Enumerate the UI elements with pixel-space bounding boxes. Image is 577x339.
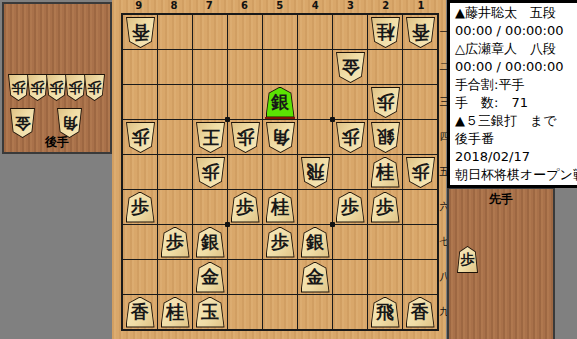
square-65[interactable] bbox=[228, 155, 262, 189]
file-label-3: 3 bbox=[333, 0, 368, 12]
star-point bbox=[330, 117, 335, 122]
board-grid-wrap: 香桂香金銀歩歩王歩角歩銀歩飛桂歩歩歩桂歩歩歩銀歩銀金金香桂玉飛香 bbox=[121, 13, 439, 331]
piece-face: 歩 bbox=[197, 158, 224, 187]
square-64[interactable]: 歩 bbox=[228, 120, 262, 154]
piece-桂-sente[interactable]: 桂 bbox=[161, 297, 190, 328]
piece-銀-sente-lastmove[interactable]: 銀 bbox=[266, 87, 295, 118]
square-66[interactable]: 歩 bbox=[228, 190, 262, 224]
square-17[interactable] bbox=[403, 225, 437, 259]
square-99[interactable]: 香 bbox=[123, 295, 157, 329]
piece-face: 歩 bbox=[28, 75, 47, 100]
piece-歩-gote[interactable]: 歩 bbox=[8, 74, 29, 101]
piece-金-gote[interactable]: 金 bbox=[336, 52, 365, 83]
square-96[interactable]: 歩 bbox=[123, 190, 157, 224]
square-37[interactable] bbox=[333, 225, 367, 259]
piece-face: 歩 bbox=[232, 193, 259, 222]
piece-face: 桂 bbox=[267, 193, 294, 222]
move-count: 手 数: 71 bbox=[455, 94, 577, 112]
square-46[interactable] bbox=[298, 190, 332, 224]
piece-王-gote[interactable]: 王 bbox=[196, 122, 225, 153]
square-56[interactable]: 桂 bbox=[263, 190, 297, 224]
square-45[interactable]: 飛 bbox=[298, 155, 332, 189]
square-11[interactable]: 香 bbox=[403, 15, 437, 49]
square-25[interactable]: 桂 bbox=[368, 155, 402, 189]
square-42[interactable] bbox=[298, 50, 332, 84]
file-label-4: 4 bbox=[297, 0, 332, 12]
square-13[interactable] bbox=[403, 85, 437, 119]
square-26[interactable]: 歩 bbox=[368, 190, 402, 224]
piece-飛-gote[interactable]: 飛 bbox=[301, 157, 330, 188]
square-95[interactable] bbox=[123, 155, 157, 189]
square-93[interactable] bbox=[123, 85, 157, 119]
square-82[interactable] bbox=[158, 50, 192, 84]
game-date: 2018/02/17 bbox=[455, 148, 577, 166]
piece-face: 銀 bbox=[197, 228, 224, 257]
square-33[interactable] bbox=[333, 85, 367, 119]
square-92[interactable] bbox=[123, 50, 157, 84]
piece-face: 歩 bbox=[372, 193, 399, 222]
last-move-text: ▲５三銀打 まで bbox=[455, 112, 577, 130]
piece-face: 歩 bbox=[267, 228, 294, 257]
piece-桂-gote[interactable]: 桂 bbox=[371, 17, 400, 48]
file-label-2: 2 bbox=[368, 0, 403, 12]
piece-face: 歩 bbox=[337, 123, 364, 152]
piece-face: 歩 bbox=[47, 75, 66, 100]
square-19[interactable]: 香 bbox=[403, 295, 437, 329]
square-43[interactable] bbox=[298, 85, 332, 119]
piece-歩-gote[interactable]: 歩 bbox=[231, 122, 260, 153]
square-47[interactable]: 銀 bbox=[298, 225, 332, 259]
piece-歩-sente[interactable]: 歩 bbox=[266, 227, 295, 258]
shogi-board: 987654321 香桂香金銀歩歩王歩角歩銀歩飛桂歩歩歩桂歩歩歩銀歩銀金金香桂玉… bbox=[112, 0, 446, 339]
square-14[interactable] bbox=[403, 120, 437, 154]
piece-歩-sente[interactable]: 歩 bbox=[231, 192, 260, 223]
square-44[interactable] bbox=[298, 120, 332, 154]
square-34[interactable]: 歩 bbox=[333, 120, 367, 154]
piece-香-sente[interactable]: 香 bbox=[126, 297, 155, 328]
piece-face: 角 bbox=[267, 123, 294, 152]
piece-face: 歩 bbox=[127, 193, 154, 222]
piece-桂-sente[interactable]: 桂 bbox=[266, 192, 295, 223]
square-76[interactable] bbox=[193, 190, 227, 224]
file-label-9: 9 bbox=[121, 0, 156, 12]
square-72[interactable] bbox=[193, 50, 227, 84]
piece-face: 桂 bbox=[162, 298, 189, 327]
side-to-move: 後手番 bbox=[455, 130, 577, 148]
square-15[interactable]: 歩 bbox=[403, 155, 437, 189]
event-name: 朝日杯将棋オープン戦 bbox=[455, 166, 577, 184]
gote-clock: 00:00 / 00:00:00 bbox=[455, 58, 577, 76]
piece-face: 香 bbox=[127, 298, 154, 327]
piece-face: 桂 bbox=[372, 18, 399, 47]
piece-玉-sente[interactable]: 玉 bbox=[196, 297, 225, 328]
square-12[interactable] bbox=[403, 50, 437, 84]
piece-香-sente[interactable]: 香 bbox=[406, 297, 435, 328]
piece-face: 歩 bbox=[407, 158, 434, 187]
piece-face: 歩 bbox=[162, 228, 189, 257]
square-81[interactable] bbox=[158, 15, 192, 49]
piece-歩-gote[interactable]: 歩 bbox=[65, 74, 86, 101]
square-21[interactable]: 桂 bbox=[368, 15, 402, 49]
square-87[interactable]: 歩 bbox=[158, 225, 192, 259]
piece-face: 歩 bbox=[127, 123, 154, 152]
square-49[interactable] bbox=[298, 295, 332, 329]
piece-face: 桂 bbox=[372, 158, 399, 187]
file-label-5: 5 bbox=[262, 0, 297, 12]
square-52[interactable] bbox=[263, 50, 297, 84]
piece-face: 金 bbox=[11, 109, 34, 137]
square-53[interactable]: 銀 bbox=[263, 85, 297, 119]
piece-金-sente[interactable]: 金 bbox=[196, 262, 225, 293]
shogi-app: { "game": "shogi", "title": "朝日杯将棋オープン戦 … bbox=[0, 0, 577, 339]
piece-金-sente[interactable]: 金 bbox=[301, 262, 330, 293]
piece-face: 王 bbox=[197, 123, 224, 152]
piece-face: 銀 bbox=[372, 123, 399, 152]
square-32[interactable]: 金 bbox=[333, 50, 367, 84]
square-31[interactable] bbox=[333, 15, 367, 49]
piece-歩-gote[interactable]: 歩 bbox=[336, 122, 365, 153]
piece-face: 歩 bbox=[372, 88, 399, 117]
piece-歩-gote[interactable]: 歩 bbox=[126, 122, 155, 153]
piece-銀-sente[interactable]: 銀 bbox=[301, 227, 330, 258]
square-28[interactable] bbox=[368, 260, 402, 294]
square-83[interactable] bbox=[158, 85, 192, 119]
piece-飛-sente[interactable]: 飛 bbox=[371, 297, 400, 328]
square-68[interactable] bbox=[228, 260, 262, 294]
piece-face: 歩 bbox=[458, 247, 477, 272]
piece-香-gote[interactable]: 香 bbox=[126, 17, 155, 48]
sente-player-name: ▲藤井聡太 五段 bbox=[455, 4, 577, 22]
square-98[interactable] bbox=[123, 260, 157, 294]
sente-tray-label: 先手 bbox=[449, 191, 553, 208]
piece-face: 歩 bbox=[9, 75, 28, 100]
square-85[interactable] bbox=[158, 155, 192, 189]
sente-hand-tray: 先手 歩 bbox=[447, 187, 555, 339]
square-39[interactable] bbox=[333, 295, 367, 329]
piece-歩-sente[interactable]: 歩 bbox=[457, 246, 478, 273]
square-23[interactable]: 歩 bbox=[368, 85, 402, 119]
file-label-7: 7 bbox=[192, 0, 227, 12]
square-61[interactable] bbox=[228, 15, 262, 49]
star-point bbox=[330, 222, 335, 227]
piece-face: 金 bbox=[197, 263, 224, 292]
piece-face: 玉 bbox=[197, 298, 224, 327]
square-27[interactable] bbox=[368, 225, 402, 259]
square-24[interactable]: 銀 bbox=[368, 120, 402, 154]
piece-歩-sente[interactable]: 歩 bbox=[126, 192, 155, 223]
piece-face: 香 bbox=[127, 18, 154, 47]
square-62[interactable] bbox=[228, 50, 262, 84]
piece-角-gote[interactable]: 角 bbox=[266, 122, 295, 153]
piece-歩-sente[interactable]: 歩 bbox=[371, 192, 400, 223]
gote-hand-tray: 歩歩歩歩歩金角 後手 bbox=[2, 2, 112, 154]
star-point bbox=[225, 222, 230, 227]
square-78[interactable]: 金 bbox=[193, 260, 227, 294]
square-29[interactable]: 飛 bbox=[368, 295, 402, 329]
square-94[interactable]: 歩 bbox=[123, 120, 157, 154]
square-41[interactable] bbox=[298, 15, 332, 49]
piece-face: 歩 bbox=[85, 75, 104, 100]
piece-face: 金 bbox=[337, 53, 364, 82]
piece-face: 銀 bbox=[302, 228, 329, 257]
square-75[interactable]: 歩 bbox=[193, 155, 227, 189]
piece-桂-sente[interactable]: 桂 bbox=[371, 157, 400, 188]
square-67[interactable] bbox=[228, 225, 262, 259]
square-74[interactable]: 王 bbox=[193, 120, 227, 154]
board-grid: 香桂香金銀歩歩王歩角歩銀歩飛桂歩歩歩桂歩歩歩銀歩銀金金香桂玉飛香 bbox=[121, 13, 439, 331]
piece-歩-gote[interactable]: 歩 bbox=[46, 74, 67, 101]
piece-歩-gote[interactable]: 歩 bbox=[406, 157, 435, 188]
square-18[interactable] bbox=[403, 260, 437, 294]
square-22[interactable] bbox=[368, 50, 402, 84]
last-move-marker bbox=[265, 117, 295, 119]
square-59[interactable] bbox=[263, 295, 297, 329]
square-88[interactable] bbox=[158, 260, 192, 294]
square-73[interactable] bbox=[193, 85, 227, 119]
square-89[interactable]: 桂 bbox=[158, 295, 192, 329]
file-label-1: 1 bbox=[403, 0, 438, 12]
handicap-info: 手合割:平手 bbox=[455, 76, 577, 94]
square-84[interactable] bbox=[158, 120, 192, 154]
gote-player-name: △広瀬章人 八段 bbox=[455, 40, 577, 58]
piece-face: 角 bbox=[58, 109, 81, 137]
piece-歩-sente[interactable]: 歩 bbox=[336, 192, 365, 223]
square-54[interactable]: 角 bbox=[263, 120, 297, 154]
square-38[interactable] bbox=[333, 260, 367, 294]
piece-歩-gote[interactable]: 歩 bbox=[84, 74, 105, 101]
square-36[interactable]: 歩 bbox=[333, 190, 367, 224]
piece-face: 歩 bbox=[337, 193, 364, 222]
piece-face: 歩 bbox=[232, 123, 259, 152]
piece-香-gote[interactable]: 香 bbox=[406, 17, 435, 48]
piece-銀-sente[interactable]: 銀 bbox=[196, 227, 225, 258]
sente-clock: 00:00 / 00:00:00 bbox=[455, 22, 577, 40]
piece-歩-gote[interactable]: 歩 bbox=[27, 74, 48, 101]
square-35[interactable] bbox=[333, 155, 367, 189]
square-69[interactable] bbox=[228, 295, 262, 329]
game-info-panel: ▲藤井聡太 五段 00:00 / 00:00:00 △広瀬章人 八段 00:00… bbox=[447, 0, 577, 188]
star-point bbox=[225, 117, 230, 122]
square-63[interactable] bbox=[228, 85, 262, 119]
file-label-8: 8 bbox=[156, 0, 191, 12]
piece-歩-gote[interactable]: 歩 bbox=[196, 157, 225, 188]
square-79[interactable]: 玉 bbox=[193, 295, 227, 329]
square-51[interactable] bbox=[263, 15, 297, 49]
piece-face: 金 bbox=[302, 263, 329, 292]
square-97[interactable] bbox=[123, 225, 157, 259]
gote-tray-label: 後手 bbox=[4, 134, 110, 151]
square-77[interactable]: 銀 bbox=[193, 225, 227, 259]
piece-face: 歩 bbox=[66, 75, 85, 100]
piece-face: 飛 bbox=[372, 298, 399, 327]
piece-face: 銀 bbox=[267, 88, 294, 117]
square-57[interactable]: 歩 bbox=[263, 225, 297, 259]
square-91[interactable]: 香 bbox=[123, 15, 157, 49]
square-86[interactable] bbox=[158, 190, 192, 224]
piece-歩-gote[interactable]: 歩 bbox=[371, 87, 400, 118]
square-48[interactable]: 金 bbox=[298, 260, 332, 294]
file-label-6: 6 bbox=[227, 0, 262, 12]
square-16[interactable] bbox=[403, 190, 437, 224]
piece-face: 飛 bbox=[302, 158, 329, 187]
square-58[interactable] bbox=[263, 260, 297, 294]
square-71[interactable] bbox=[193, 15, 227, 49]
piece-歩-sente[interactable]: 歩 bbox=[161, 227, 190, 258]
file-coordinates: 987654321 bbox=[121, 0, 439, 12]
piece-face: 香 bbox=[407, 18, 434, 47]
piece-face: 香 bbox=[407, 298, 434, 327]
square-55[interactable] bbox=[263, 155, 297, 189]
piece-銀-gote[interactable]: 銀 bbox=[371, 122, 400, 153]
